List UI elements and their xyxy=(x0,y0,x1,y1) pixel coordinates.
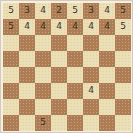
cell-number: 4 xyxy=(88,22,94,31)
board-cell[interactable] xyxy=(67,51,83,67)
board-cell[interactable] xyxy=(3,35,19,51)
board-cell[interactable] xyxy=(115,83,131,99)
board-cell[interactable] xyxy=(115,115,131,131)
cell-number: 4 xyxy=(40,6,46,15)
cell-number: 5 xyxy=(8,6,14,15)
cell-number: 5 xyxy=(8,22,14,31)
cell-number: 2 xyxy=(56,6,62,15)
board-cell[interactable]: 4 xyxy=(83,83,99,99)
cell-number: 4 xyxy=(104,22,110,31)
board-cell[interactable]: 3 xyxy=(83,3,99,19)
board-cell[interactable]: 4 xyxy=(67,19,83,35)
board-cell[interactable] xyxy=(51,51,67,67)
board-cell[interactable] xyxy=(83,99,99,115)
board-cell[interactable] xyxy=(115,51,131,67)
cell-number: 4 xyxy=(72,22,78,31)
board-cell[interactable] xyxy=(67,115,83,131)
board-cell[interactable] xyxy=(35,67,51,83)
board-cell[interactable]: 3 xyxy=(19,3,35,19)
board-cell[interactable] xyxy=(99,115,115,131)
board-cell[interactable] xyxy=(19,99,35,115)
board-cell[interactable] xyxy=(115,35,131,51)
board-cell[interactable] xyxy=(83,67,99,83)
board-cell[interactable] xyxy=(3,115,19,131)
board-cell[interactable]: 5 xyxy=(67,3,83,19)
board-cell[interactable] xyxy=(51,115,67,131)
cell-number: 4 xyxy=(56,22,62,31)
board-cell[interactable]: 5 xyxy=(115,19,131,35)
cell-number: 3 xyxy=(88,6,94,15)
board-cell[interactable] xyxy=(51,99,67,115)
game-board: 534253455444444545 xyxy=(3,3,131,131)
cell-number: 4 xyxy=(88,86,94,95)
board-cell[interactable]: 4 xyxy=(35,19,51,35)
cell-number: 5 xyxy=(120,6,126,15)
board-cell[interactable]: 2 xyxy=(51,3,67,19)
board-cell[interactable] xyxy=(99,67,115,83)
board-cell[interactable]: 5 xyxy=(35,115,51,131)
board-cell[interactable] xyxy=(83,51,99,67)
cell-number: 5 xyxy=(72,6,78,15)
board-cell[interactable] xyxy=(67,99,83,115)
board-cell[interactable] xyxy=(115,67,131,83)
board-cell[interactable]: 4 xyxy=(99,3,115,19)
board-cell[interactable]: 5 xyxy=(3,3,19,19)
cell-number: 4 xyxy=(40,22,46,31)
board-cell[interactable] xyxy=(67,83,83,99)
board-cell[interactable] xyxy=(99,51,115,67)
board-cell[interactable] xyxy=(35,99,51,115)
board-cell[interactable] xyxy=(99,83,115,99)
cell-number: 3 xyxy=(24,6,30,15)
board-cell[interactable] xyxy=(51,83,67,99)
board-cell[interactable] xyxy=(83,115,99,131)
board-cell[interactable] xyxy=(35,35,51,51)
board-cell[interactable] xyxy=(83,35,99,51)
board-cell[interactable] xyxy=(35,83,51,99)
board-cell[interactable] xyxy=(67,35,83,51)
board-cell[interactable] xyxy=(19,51,35,67)
cell-number: 4 xyxy=(24,22,30,31)
board-cell[interactable] xyxy=(99,99,115,115)
board-cell[interactable] xyxy=(19,67,35,83)
board-cell[interactable] xyxy=(51,67,67,83)
board-cell[interactable] xyxy=(3,67,19,83)
board-cell[interactable]: 4 xyxy=(19,19,35,35)
cell-number: 5 xyxy=(120,22,126,31)
board-cell[interactable]: 4 xyxy=(51,19,67,35)
board-cell[interactable] xyxy=(19,83,35,99)
board-cell[interactable]: 4 xyxy=(35,3,51,19)
board-cell[interactable] xyxy=(67,67,83,83)
board-cell[interactable]: 4 xyxy=(99,19,115,35)
board-cell[interactable]: 5 xyxy=(115,3,131,19)
board-cell[interactable] xyxy=(3,51,19,67)
board-cell[interactable] xyxy=(35,51,51,67)
cell-number: 5 xyxy=(40,118,46,127)
board-cell[interactable] xyxy=(115,99,131,115)
board-cell[interactable] xyxy=(3,83,19,99)
board-cell[interactable]: 4 xyxy=(83,19,99,35)
cell-number: 4 xyxy=(104,6,110,15)
board-cell[interactable] xyxy=(19,35,35,51)
board-cell[interactable]: 5 xyxy=(3,19,19,35)
board-cell[interactable] xyxy=(51,35,67,51)
board-cell[interactable] xyxy=(19,115,35,131)
board-cell[interactable] xyxy=(3,99,19,115)
board-cell[interactable] xyxy=(99,35,115,51)
game-board-frame: 534253455444444545 xyxy=(0,0,133,133)
